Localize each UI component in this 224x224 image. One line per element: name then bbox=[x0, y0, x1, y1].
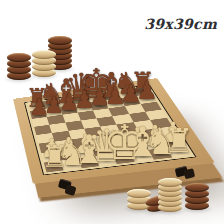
checker-disc-dark bbox=[7, 53, 31, 62]
piece-black-pawn-h7: ♟ bbox=[136, 79, 158, 104]
checker-disc-light bbox=[127, 189, 151, 198]
clasp-hook bbox=[64, 185, 76, 196]
checker-stack-bottom-right-light-tall bbox=[158, 178, 182, 212]
checker-stack-top-left-light bbox=[32, 50, 56, 77]
checker-disc-dark bbox=[185, 183, 209, 192]
checker-disc-dark bbox=[48, 36, 72, 45]
product-photo-chess-set: 39x39cm ♜♞♝♛♚♝♞♜♟♟♟♟♟♟♟♟♟♟♟♟♟♟♟♟♜♞♝♛♚♝♞♜ bbox=[0, 0, 224, 224]
checker-disc-light bbox=[158, 178, 182, 187]
checker-disc-light bbox=[32, 50, 56, 59]
clasp-hook bbox=[183, 168, 195, 179]
piece-white-rook-h1: ♜ bbox=[164, 125, 194, 158]
checker-stack-bottom-right-dark bbox=[185, 183, 209, 210]
